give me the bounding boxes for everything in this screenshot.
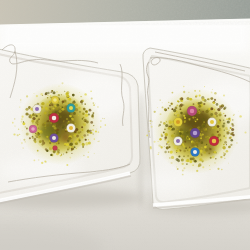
- scene-canvas: [0, 0, 250, 250]
- photo-grain: [0, 0, 250, 250]
- photo-of-glass-plates: [0, 0, 250, 250]
